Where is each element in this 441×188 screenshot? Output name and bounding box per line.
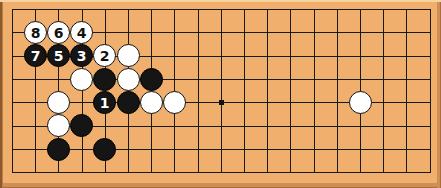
black-stone-move-1: 1 bbox=[93, 91, 116, 114]
black-stone-move-3: 3 bbox=[70, 44, 93, 67]
black-stone-move-7: 7 bbox=[24, 44, 47, 67]
black-stone bbox=[93, 68, 116, 91]
white-stone bbox=[163, 91, 186, 114]
black-stone bbox=[70, 114, 93, 137]
go-board-diagram: 86475321 bbox=[0, 0, 441, 188]
white-stone bbox=[117, 68, 140, 91]
star-point bbox=[219, 100, 224, 105]
white-stone bbox=[117, 44, 140, 67]
white-stone bbox=[70, 68, 93, 91]
white-stone bbox=[47, 114, 70, 137]
grid-line-horizontal bbox=[12, 149, 431, 150]
black-stone bbox=[117, 91, 140, 114]
grid-line-horizontal bbox=[12, 9, 431, 10]
white-stone-move-4: 4 bbox=[70, 21, 93, 44]
go-board: 86475321 bbox=[0, 0, 441, 188]
black-stone bbox=[140, 68, 163, 91]
white-stone bbox=[47, 91, 70, 114]
black-stone bbox=[47, 138, 70, 161]
white-stone-move-2: 2 bbox=[93, 44, 116, 67]
black-stone bbox=[93, 138, 116, 161]
grid-line-horizontal bbox=[12, 172, 431, 173]
white-stone-move-8: 8 bbox=[24, 21, 47, 44]
white-stone-move-6: 6 bbox=[47, 21, 70, 44]
white-stone bbox=[140, 91, 163, 114]
black-stone-move-5: 5 bbox=[47, 44, 70, 67]
white-stone bbox=[349, 91, 372, 114]
